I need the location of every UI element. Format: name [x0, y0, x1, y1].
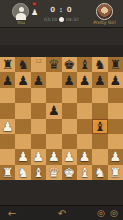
back-arrow-icon[interactable]: ← [4, 206, 20, 220]
square-e6[interactable] [62, 88, 77, 103]
circle-button-2-icon[interactable]: ◎ [106, 206, 122, 220]
square-d5[interactable]: ♟ [46, 103, 61, 118]
square-e3[interactable] [62, 134, 77, 149]
black-bishop: ♝ [79, 57, 91, 72]
square-g5[interactable] [92, 103, 107, 118]
white-bishop: ♝ [79, 165, 91, 180]
black-rook: ♜ [109, 57, 121, 72]
chess-app: ⚑ ♟ You 0 : 0 03:10 04:32 Pretty Girl ♜♞… [0, 0, 123, 220]
square-d3[interactable] [46, 134, 61, 149]
square-c5[interactable] [31, 103, 46, 118]
black-king: ♚ [63, 57, 75, 72]
undo-icon[interactable]: ↶ [54, 206, 70, 220]
square-e1[interactable]: ♚ [62, 165, 77, 180]
square-a5[interactable] [0, 103, 15, 118]
square-e5[interactable] [62, 103, 77, 118]
square-c7[interactable]: ♟ [31, 72, 46, 87]
white-knight: ♞ [94, 165, 106, 180]
black-pawn: ♟ [48, 103, 60, 118]
square-d7[interactable] [46, 72, 61, 87]
upper-background-band [0, 28, 123, 45]
square-d2[interactable]: ♟ [46, 149, 61, 164]
square-f4[interactable] [77, 119, 92, 134]
lower-background-band [0, 45, 123, 57]
white-pawn: ♟ [17, 149, 29, 164]
square-b8[interactable]: ♞ [15, 57, 30, 72]
timers-row: 03:10 04:32 [38, 15, 85, 23]
square-h6[interactable] [108, 88, 123, 103]
square-c1[interactable]: ♝ [31, 165, 46, 180]
chess-board: ♜♞12♛♚♝♞♜♟♟♟♟♟♟♟♟♟♝♟♟♟♟♟♟♜♞♝♛♚♝♞♜ [0, 57, 123, 180]
square-b4[interactable] [15, 119, 30, 134]
white-pawn: ♟ [79, 149, 91, 164]
square-g7[interactable]: ♟ [92, 72, 107, 87]
square-e4[interactable] [62, 119, 77, 134]
square-g4[interactable]: ♝ [92, 119, 107, 134]
square-h2[interactable]: ♟ [108, 149, 123, 164]
left-player-name: You [7, 20, 35, 26]
square-f2[interactable]: ♟ [77, 149, 92, 164]
square-a1[interactable]: ♜ [0, 165, 15, 180]
square-a8[interactable]: ♜ [0, 57, 15, 72]
square-g2[interactable] [92, 149, 107, 164]
black-pawn: ♟ [2, 73, 14, 88]
square-g3[interactable] [92, 134, 107, 149]
right-player-name: Pretty Girl [88, 20, 121, 26]
square-e8[interactable]: ♚ [62, 57, 77, 72]
white-rook: ♜ [2, 165, 14, 180]
square-c8[interactable]: 12 [31, 57, 46, 72]
square-h1[interactable]: ♜ [108, 165, 123, 180]
black-pawn: ♟ [33, 73, 45, 88]
square-h5[interactable] [108, 103, 123, 118]
score-display: 0 : 0 [43, 6, 80, 14]
square-b3[interactable] [15, 134, 30, 149]
square-c3[interactable] [31, 134, 46, 149]
square-f1[interactable]: ♝ [77, 165, 92, 180]
avatar-silhouette-icon [19, 7, 24, 12]
header-bar: ⚑ ♟ You 0 : 0 03:10 04:32 Pretty Girl [0, 0, 123, 28]
square-h7[interactable]: ♟ [108, 72, 123, 87]
left-timer: 03:10 [44, 17, 57, 22]
square-a3[interactable] [0, 134, 15, 149]
black-queen: ♛ [48, 57, 60, 72]
square-a4[interactable]: ♟ [0, 119, 15, 134]
white-pawn: ♟ [109, 149, 121, 164]
white-pawn: ♟ [33, 149, 45, 164]
square-f5[interactable] [77, 103, 92, 118]
footer-toolbar: ← ↶ ◎ ◎ [0, 205, 123, 220]
square-b7[interactable]: ♟ [15, 72, 30, 87]
square-d1[interactable]: ♛ [46, 165, 61, 180]
black-bishop: ♝ [94, 119, 106, 134]
square-b1[interactable]: ♞ [15, 165, 30, 180]
turn-indicator-dot [59, 17, 64, 22]
square-f8[interactable]: ♝ [77, 57, 92, 72]
black-pawn: ♟ [63, 73, 75, 88]
square-marker: 12 [31, 58, 46, 64]
black-rook: ♜ [2, 57, 14, 72]
square-d4[interactable] [46, 119, 61, 134]
right-timer: 04:32 [66, 17, 79, 22]
square-b5[interactable] [15, 103, 30, 118]
square-c4[interactable] [31, 119, 46, 134]
square-a7[interactable]: ♟ [0, 72, 15, 87]
square-g6[interactable] [92, 88, 107, 103]
square-b2[interactable]: ♟ [15, 149, 30, 164]
black-pawn: ♟ [94, 73, 106, 88]
black-knight: ♞ [17, 57, 29, 72]
black-knight: ♞ [94, 57, 106, 72]
square-c6[interactable] [31, 88, 46, 103]
square-b6[interactable] [15, 88, 30, 103]
white-king: ♚ [63, 165, 75, 180]
left-player-avatar[interactable] [12, 3, 29, 20]
black-pawn: ♟ [109, 73, 121, 88]
square-d6[interactable] [46, 88, 61, 103]
avatar-silhouette-icon [16, 13, 26, 20]
black-pawn: ♟ [17, 73, 29, 88]
square-g8[interactable]: ♞ [92, 57, 107, 72]
white-pawn: ♟ [63, 149, 75, 164]
square-c2[interactable]: ♟ [31, 149, 46, 164]
white-pawn: ♟ [2, 119, 14, 134]
square-g1[interactable]: ♞ [92, 165, 107, 180]
square-h8[interactable]: ♜ [108, 57, 123, 72]
square-a6[interactable] [0, 88, 15, 103]
white-bishop: ♝ [33, 165, 45, 180]
square-a2[interactable] [0, 149, 15, 164]
square-h3[interactable] [108, 134, 123, 149]
square-e2[interactable]: ♟ [62, 149, 77, 164]
square-f3[interactable] [77, 134, 92, 149]
white-knight: ♞ [17, 165, 29, 180]
black-pawn: ♟ [79, 73, 91, 88]
square-f7[interactable]: ♟ [77, 72, 92, 87]
white-pawn: ♟ [48, 149, 60, 164]
square-d8[interactable]: ♛ [46, 57, 61, 72]
white-queen: ♛ [48, 165, 60, 180]
right-player-avatar[interactable] [96, 3, 113, 20]
square-h4[interactable] [108, 119, 123, 134]
white-rook: ♜ [109, 165, 121, 180]
square-e7[interactable]: ♟ [62, 72, 77, 87]
square-f6[interactable] [77, 88, 92, 103]
